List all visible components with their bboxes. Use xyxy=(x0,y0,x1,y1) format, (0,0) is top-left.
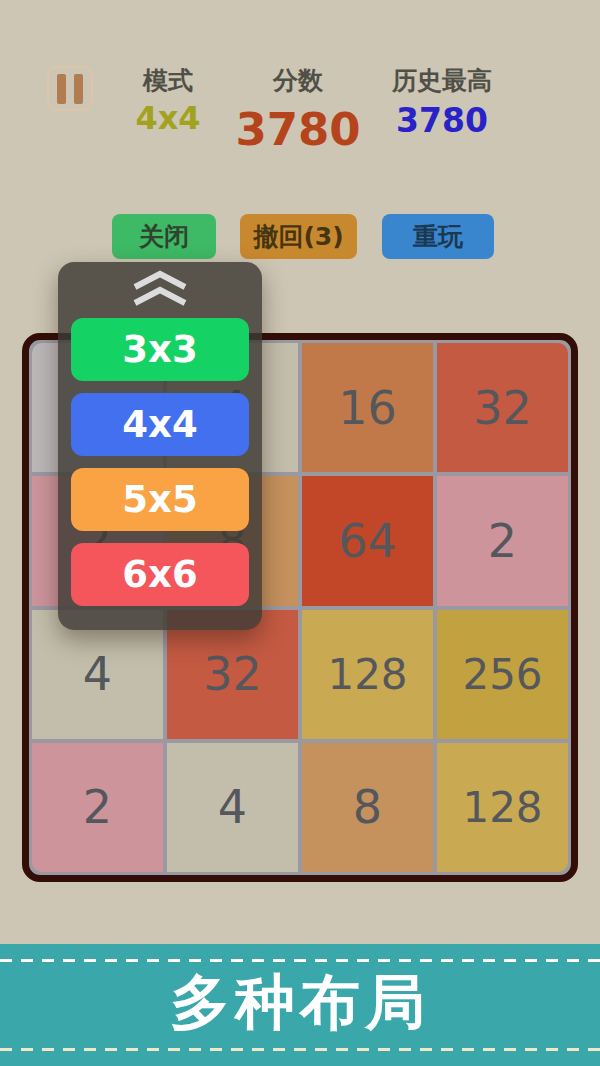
size-option-6x6[interactable]: 6x6 xyxy=(71,543,249,606)
tile-256-r3c4: 256 xyxy=(437,610,568,739)
pause-button[interactable] xyxy=(47,66,93,111)
tile-16-r1c3: 16 xyxy=(302,343,433,472)
replay-button[interactable]: 重玩 xyxy=(382,214,494,259)
tile-64-r2c3: 64 xyxy=(302,476,433,605)
size-option-5x5[interactable]: 5x5 xyxy=(71,468,249,531)
tile-2-r4c1: 2 xyxy=(32,743,163,872)
size-option-4x4[interactable]: 4x4 xyxy=(71,393,249,456)
tile-128-r3c3: 128 xyxy=(302,610,433,739)
score-label: 分数 xyxy=(218,66,378,96)
chevron-up-double-icon xyxy=(127,269,193,311)
collapse-menu-button[interactable] xyxy=(58,262,262,318)
tile-128-r4c4: 128 xyxy=(437,743,568,872)
close-button[interactable]: 关闭 xyxy=(112,214,216,259)
tile-2-r2c4: 2 xyxy=(437,476,568,605)
game-screen: 模式 4x4 分数 3780 历史最高 3780 关闭 撤回(3) 重玩 416… xyxy=(0,0,600,1066)
pause-icon xyxy=(57,74,66,104)
tile-8-r4c3: 8 xyxy=(302,743,433,872)
best-score-stat: 历史最高 3780 xyxy=(362,66,522,139)
promo-banner: 多种布局 xyxy=(0,944,600,1066)
best-score-value: 3780 xyxy=(362,103,522,139)
size-option-3x3[interactable]: 3x3 xyxy=(71,318,249,381)
tile-4-r4c2: 4 xyxy=(167,743,298,872)
pause-icon xyxy=(74,74,83,104)
score-stat: 分数 3780 xyxy=(218,66,378,155)
score-value: 3780 xyxy=(218,105,378,155)
best-score-label: 历史最高 xyxy=(362,66,522,96)
banner-text: 多种布局 xyxy=(0,964,600,1040)
banner-dashed-line-top xyxy=(0,959,600,962)
banner-dashed-line-bottom xyxy=(0,1048,600,1051)
board-size-menu: 3x3 4x4 5x5 6x6 xyxy=(58,262,262,630)
undo-button[interactable]: 撤回(3) xyxy=(240,214,357,259)
tile-32-r1c4: 32 xyxy=(437,343,568,472)
